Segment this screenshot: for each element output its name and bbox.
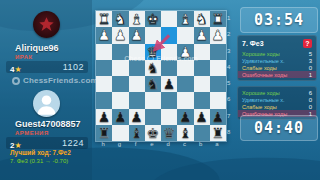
stat-row-mistakes: Ошибочные ходы 1 (238, 71, 316, 78)
last-move-header: 7. Фe3 ? (238, 38, 316, 50)
piece-black-queen: ♛ (163, 126, 176, 140)
player-rating-white: 1102 (63, 62, 84, 72)
square-h6[interactable] (96, 92, 112, 108)
eval-change-hint: 7. Фe3 (0.31 → -0.70) (10, 158, 68, 164)
stat-row-good: Хорошие ходы 5 (238, 50, 316, 57)
square-f3[interactable] (129, 44, 145, 60)
square-c1[interactable]: ♝ (177, 11, 193, 27)
stat-row-amazing: Удивительные х. 3 (238, 57, 316, 64)
avatar-black[interactable] (33, 90, 60, 117)
piece-white-pawn: ♟ (114, 28, 127, 42)
person-icon (33, 90, 60, 117)
square-c2[interactable] (177, 27, 193, 43)
piece-white-pawn: ♟ (98, 28, 111, 42)
square-b7[interactable]: ♟ (194, 109, 210, 125)
player-card-white[interactable]: Alirique96 ИРАК 4★ 1102 (6, 8, 88, 74)
piece-white-pawn: ♟ (195, 28, 208, 42)
square-d1[interactable] (161, 11, 177, 27)
square-e1[interactable]: ♚ (145, 11, 161, 27)
piece-black-king: ♚ (147, 126, 160, 140)
piece-white-pawn: ♟ (179, 45, 192, 59)
stat-row-weak: Слабые ходы 0 (238, 103, 316, 110)
player-rating-black: 1224 (62, 138, 84, 148)
rank-label: 7 (227, 108, 230, 124)
square-g7[interactable]: ♟ (112, 109, 128, 125)
rank-label: 4 (227, 59, 230, 75)
file-label: h (95, 141, 111, 147)
piece-white-knight: ♞ (114, 12, 127, 26)
square-e7[interactable] (145, 109, 161, 125)
avatar-white[interactable] (33, 11, 60, 38)
player-name-white: Alirique96 (15, 43, 59, 53)
square-g5[interactable] (112, 76, 128, 92)
rank-label: 8 (227, 124, 230, 140)
piece-black-knight: ♞ (147, 77, 160, 91)
square-e3[interactable]: ♛ (145, 44, 161, 60)
game-screen: Alirique96 ИРАК 4★ 1102 ChessFriends.com… (0, 0, 320, 180)
square-e2[interactable] (145, 27, 161, 43)
move-stats-white: 7. Фe3 ? Хорошие ходы 5 Удивительные х. … (237, 35, 317, 81)
square-e6[interactable] (145, 92, 161, 108)
square-e5[interactable]: ♞ (145, 76, 161, 92)
piece-black-pawn: ♟ (212, 110, 225, 124)
file-labels: hgfedcba (95, 141, 225, 147)
square-h7[interactable]: ♟ (96, 109, 112, 125)
piece-white-knight: ♞ (195, 12, 208, 26)
square-f6[interactable] (129, 92, 145, 108)
square-h3[interactable] (96, 44, 112, 60)
star-icon: ★ (14, 65, 21, 74)
square-h2[interactable]: ♟ (96, 27, 112, 43)
square-d6[interactable] (161, 92, 177, 108)
square-e8[interactable]: ♚ (145, 125, 161, 141)
square-a7[interactable]: ♟ (210, 109, 226, 125)
piece-white-queen: ♛ (147, 45, 160, 59)
rank-label: 1 (227, 10, 230, 26)
piece-black-pawn: ♟ (179, 110, 192, 124)
square-g2[interactable]: ♟ (112, 27, 128, 43)
file-label: f (128, 141, 144, 147)
avatar-logo-icon (38, 16, 55, 33)
square-a3[interactable] (210, 44, 226, 60)
square-b8[interactable] (194, 125, 210, 141)
rank-labels: 12345678 (227, 10, 230, 140)
square-h1[interactable]: ♜ (96, 11, 112, 27)
piece-white-rook: ♜ (212, 12, 225, 26)
square-f1[interactable]: ♝ (129, 11, 145, 27)
stat-row-amazing: Удивительные х. 0 (238, 96, 316, 103)
file-label: g (111, 141, 127, 147)
square-b4[interactable] (194, 60, 210, 76)
piece-black-pawn: ♟ (163, 77, 176, 91)
last-move-label: 7. Фe3 (242, 40, 264, 47)
square-d4[interactable] (161, 60, 177, 76)
player-card-black[interactable]: Guest47008857 АРМЕНИЯ 2★ 1224 (6, 88, 88, 146)
square-f8[interactable]: ♝ (129, 125, 145, 141)
square-a8[interactable]: ♜ (210, 125, 226, 141)
square-d3[interactable] (161, 44, 177, 60)
square-g8[interactable] (112, 125, 128, 141)
square-a1[interactable]: ♜ (210, 11, 226, 27)
square-c4[interactable] (177, 60, 193, 76)
square-a5[interactable] (210, 76, 226, 92)
square-d2[interactable] (161, 27, 177, 43)
square-g3[interactable] (112, 44, 128, 60)
piece-white-king: ♚ (147, 12, 160, 26)
square-d5[interactable]: ♟ (161, 76, 177, 92)
square-a2[interactable]: ♟ (210, 27, 226, 43)
file-label: a (209, 141, 225, 147)
square-c6[interactable] (177, 92, 193, 108)
file-label: d (160, 141, 176, 147)
piece-black-pawn: ♟ (98, 110, 111, 124)
player-stars-white: 4★ (10, 58, 22, 76)
chess-board[interactable]: ♜♞♝♚♝♞♜♟♟♟♟♟♛♟♞♞♟♟♟♟♟♟♟♜♝♚♛♝♜ Chess Frie… (95, 10, 227, 142)
watermark-left: ChessFriends.com (12, 76, 98, 85)
square-b2[interactable]: ♟ (194, 27, 210, 43)
rank-label: 2 (227, 26, 230, 42)
piece-white-bishop: ♝ (130, 12, 143, 26)
piece-black-rook: ♜ (98, 126, 111, 140)
stat-row-good: Хорошие ходы 6 (238, 89, 316, 96)
square-f2[interactable]: ♟ (129, 27, 145, 43)
piece-white-bishop: ♝ (179, 12, 192, 26)
square-b3[interactable] (194, 44, 210, 60)
best-move-hint: Лучший ход: 7.Фe2 (10, 149, 71, 156)
square-a4[interactable] (210, 60, 226, 76)
square-b6[interactable] (194, 92, 210, 108)
piece-white-pawn: ♟ (212, 28, 225, 42)
piece-black-knight: ♞ (147, 61, 160, 75)
square-h5[interactable] (96, 76, 112, 92)
square-h8[interactable]: ♜ (96, 125, 112, 141)
piece-black-bishop: ♝ (179, 126, 192, 140)
piece-black-bishop: ♝ (130, 126, 143, 140)
square-f4[interactable] (129, 60, 145, 76)
background-wave (149, 153, 320, 180)
square-a6[interactable] (210, 92, 226, 108)
piece-black-pawn: ♟ (114, 110, 127, 124)
square-g1[interactable]: ♞ (112, 11, 128, 27)
square-b5[interactable] (194, 76, 210, 92)
mistake-badge: ? (303, 39, 312, 48)
square-g6[interactable] (112, 92, 128, 108)
square-g4[interactable] (112, 60, 128, 76)
piece-black-pawn: ♟ (195, 110, 208, 124)
clock-black: 04:40 (240, 115, 318, 141)
piece-black-rook: ♜ (212, 126, 225, 140)
square-f5[interactable] (129, 76, 145, 92)
piece-black-pawn: ♟ (130, 110, 143, 124)
board-squares: ♜♞♝♚♝♞♜♟♟♟♟♟♛♟♞♞♟♟♟♟♟♟♟♜♝♚♛♝♜ (96, 11, 226, 141)
clock-white: 03:54 (240, 7, 318, 33)
file-label: c (176, 141, 192, 147)
watermark-ring-icon (12, 77, 20, 85)
square-c3[interactable]: ♟ (177, 44, 193, 60)
square-c7[interactable]: ♟ (177, 109, 193, 125)
square-c5[interactable] (177, 76, 193, 92)
stat-row-weak: Слабые ходы 0 (238, 64, 316, 71)
square-h4[interactable] (96, 60, 112, 76)
square-d8[interactable]: ♛ (161, 125, 177, 141)
square-d7[interactable] (161, 109, 177, 125)
square-f7[interactable]: ♟ (129, 109, 145, 125)
rank-label: 5 (227, 75, 230, 91)
rank-label: 6 (227, 91, 230, 107)
file-label: e (144, 141, 160, 147)
square-b1[interactable]: ♞ (194, 11, 210, 27)
file-label: b (193, 141, 209, 147)
piece-white-pawn: ♟ (130, 28, 143, 42)
piece-white-rook: ♜ (98, 12, 111, 26)
rank-label: 3 (227, 43, 230, 59)
player-name-black: Guest47008857 (15, 119, 81, 129)
square-c8[interactable]: ♝ (177, 125, 193, 141)
square-e4[interactable]: ♞ (145, 60, 161, 76)
